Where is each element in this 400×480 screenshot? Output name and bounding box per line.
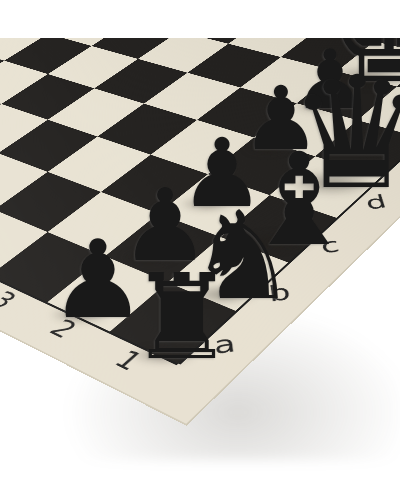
black-rook-a1[interactable]: ♜ <box>102 258 262 376</box>
product-photo: 12345678abcdefgh ♚♟♟♛♟♝♟♞♟♜ <box>0 0 400 480</box>
photo-top-crop <box>0 0 400 38</box>
